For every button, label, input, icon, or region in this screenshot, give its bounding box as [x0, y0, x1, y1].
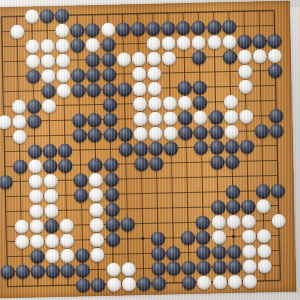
go-board: [0, 1, 296, 299]
star-point: [232, 235, 236, 239]
star-point: [141, 237, 145, 241]
go-board-photo: [0, 0, 300, 300]
